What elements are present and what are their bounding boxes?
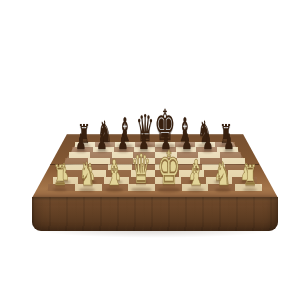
piece-shadow <box>154 143 175 148</box>
piece-black-pawn: ♟ <box>181 130 192 152</box>
piece-shadow <box>58 181 69 184</box>
piece-shadow <box>106 188 124 192</box>
piece-white-bishop: ♝ <box>105 156 123 191</box>
piece-black-pawn: ♟ <box>202 130 213 152</box>
piece-black-pawn: ♟ <box>139 130 150 152</box>
piece-shadow <box>219 144 232 147</box>
piece-shadow <box>97 144 112 148</box>
piece-black-rook: ♜ <box>78 121 91 147</box>
piece-shadow <box>240 181 251 184</box>
piece-white-rook: ♜ <box>243 162 257 190</box>
piece-shadow <box>118 150 129 153</box>
piece-shadow <box>84 181 95 184</box>
piece-shadow <box>188 181 199 184</box>
piece-shadow <box>157 187 180 192</box>
piece-black-bishop: ♝ <box>177 114 193 146</box>
piece-shadow <box>76 150 87 153</box>
piece-white-bishop: ♝ <box>187 156 205 191</box>
piece-white-knight: ♞ <box>215 158 231 190</box>
piece-black-rook: ♜ <box>219 121 232 147</box>
piece-shadow <box>214 181 225 184</box>
piece-black-queen: ♛ <box>136 110 155 147</box>
piece-black-pawn: ♟ <box>97 130 108 152</box>
piece-black-pawn: ♟ <box>223 130 234 152</box>
piece-black-pawn: ♟ <box>76 130 87 152</box>
piece-white-queen: ♛ <box>131 151 151 191</box>
piece-white-pawn: ♟ <box>162 160 173 183</box>
piece-shadow <box>79 188 95 192</box>
piece-shadow <box>160 150 171 153</box>
piece-shadow <box>223 150 234 153</box>
piece-black-bishop: ♝ <box>117 114 133 146</box>
piece-black-pawn: ♟ <box>118 130 129 152</box>
piece-white-pawn: ♟ <box>188 160 199 183</box>
piece-white-rook: ♜ <box>53 162 67 190</box>
piece-shadow <box>139 150 150 153</box>
piece-shadow <box>243 188 257 192</box>
piece-shadow <box>117 144 133 148</box>
product-photo: ♜♞♝♛♚♝♞♜♟♟♟♟♟♟♟♟♟♟♟♟♟♟♟♟♜♞♝♛♚♝♞♜ <box>0 0 300 300</box>
piece-shadow <box>110 181 121 184</box>
piece-shadow <box>97 150 108 153</box>
piece-black-king: ♚ <box>154 104 175 147</box>
piece-white-pawn: ♟ <box>214 160 225 183</box>
piece-shadow <box>187 188 205 192</box>
piece-shadow <box>136 181 147 184</box>
piece-shadow <box>53 188 67 192</box>
piece-white-king: ♚ <box>157 145 180 191</box>
piece-white-pawn: ♟ <box>136 160 147 183</box>
piece-white-pawn: ♟ <box>110 160 121 183</box>
pieces-layer: ♜♞♝♛♚♝♞♜♟♟♟♟♟♟♟♟♟♟♟♟♟♟♟♟♜♞♝♛♚♝♞♜ <box>0 0 300 300</box>
piece-shadow <box>215 188 231 192</box>
piece-shadow <box>198 144 213 148</box>
piece-white-pawn: ♟ <box>240 160 251 183</box>
piece-shadow <box>162 181 173 184</box>
piece-black-knight: ♞ <box>198 117 213 147</box>
piece-shadow <box>202 150 213 153</box>
piece-shadow <box>181 150 192 153</box>
piece-white-knight: ♞ <box>79 158 95 190</box>
piece-black-pawn: ♟ <box>160 130 171 152</box>
piece-shadow <box>131 187 151 192</box>
piece-white-pawn: ♟ <box>58 160 69 183</box>
piece-white-pawn: ♟ <box>84 160 95 183</box>
piece-black-knight: ♞ <box>97 117 112 147</box>
piece-shadow <box>177 144 193 148</box>
piece-shadow <box>78 144 91 147</box>
piece-shadow <box>136 144 155 148</box>
